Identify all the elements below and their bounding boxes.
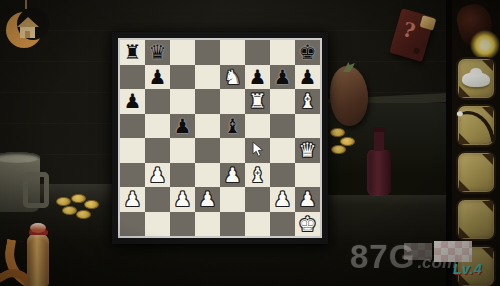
- square-b2[interactable]: [145, 187, 170, 212]
- square-a5[interactable]: [120, 114, 145, 139]
- square-b3[interactable]: ♟: [145, 163, 170, 188]
- square-d4[interactable]: [195, 138, 220, 163]
- square-e1[interactable]: [220, 212, 245, 237]
- piece-white-pawn[interactable]: ♟: [299, 189, 317, 209]
- money-pouch[interactable]: [330, 66, 368, 126]
- square-g5[interactable]: [270, 114, 295, 139]
- gold-coin[interactable]: [76, 210, 91, 219]
- square-c7[interactable]: [170, 65, 195, 90]
- piece-white-queen[interactable]: ♛: [299, 140, 317, 160]
- bottle-lip: [373, 127, 385, 132]
- square-f8[interactable]: [245, 40, 270, 65]
- piece-white-bishop[interactable]: ♝: [299, 91, 317, 111]
- square-f1[interactable]: [245, 212, 270, 237]
- level-badge: Lv.4: [453, 261, 482, 277]
- square-d1[interactable]: [195, 212, 220, 237]
- piece-black-pawn[interactable]: ♟: [174, 116, 192, 136]
- square-c8[interactable]: [170, 40, 195, 65]
- square-h1[interactable]: ♚: [295, 212, 320, 237]
- piece-black-queen[interactable]: ♛: [149, 42, 167, 62]
- square-g7[interactable]: ♟: [270, 65, 295, 90]
- square-c6[interactable]: [170, 89, 195, 114]
- square-g8[interactable]: [270, 40, 295, 65]
- square-e8[interactable]: [220, 40, 245, 65]
- square-b6[interactable]: [145, 89, 170, 114]
- square-d6[interactable]: [195, 89, 220, 114]
- square-c4[interactable]: [170, 138, 195, 163]
- mug-rim: [0, 152, 40, 163]
- mouse-cursor-icon: [252, 141, 265, 158]
- square-a6[interactable]: ♟: [120, 89, 145, 114]
- piece-white-bishop[interactable]: ♝: [249, 165, 267, 185]
- piece-white-pawn[interactable]: ♟: [174, 189, 192, 209]
- square-b8[interactable]: ♛: [145, 40, 170, 65]
- square-a3[interactable]: [120, 163, 145, 188]
- chess-grid: ♜♛♚♟♞♟♟♟♟♜♝♟♝♛♟♟♝♟♟♟♟♟♚: [120, 40, 320, 236]
- censor-mosaic: [434, 241, 472, 262]
- square-h6[interactable]: ♝: [295, 89, 320, 114]
- piece-black-bishop[interactable]: ♝: [224, 116, 242, 136]
- piece-white-pawn[interactable]: ♟: [199, 189, 217, 209]
- piece-black-pawn[interactable]: ♟: [299, 67, 317, 87]
- curved-stick-item[interactable]: [459, 106, 496, 147]
- square-a2[interactable]: ♟: [120, 187, 145, 212]
- square-c3[interactable]: [170, 163, 195, 188]
- piece-white-rook[interactable]: ♜: [249, 91, 267, 111]
- square-e4[interactable]: [220, 138, 245, 163]
- square-f5[interactable]: [245, 114, 270, 139]
- gold-coin[interactable]: [330, 128, 345, 137]
- square-d5[interactable]: [195, 114, 220, 139]
- square-c5[interactable]: ♟: [170, 114, 195, 139]
- square-h7[interactable]: ♟: [295, 65, 320, 90]
- square-d7[interactable]: [195, 65, 220, 90]
- inventory-slot-3[interactable]: [456, 151, 496, 194]
- gold-coin[interactable]: [331, 145, 346, 154]
- inventory-slot-4[interactable]: [456, 198, 496, 241]
- hanging-lantern[interactable]: [454, 2, 498, 60]
- square-e5[interactable]: ♝: [220, 114, 245, 139]
- ornament-body: [27, 233, 49, 286]
- ornament-knob: [30, 223, 46, 233]
- gold-coin[interactable]: [62, 206, 77, 215]
- inventory-slot-1[interactable]: [456, 57, 496, 100]
- square-b7[interactable]: ♟: [145, 65, 170, 90]
- square-d3[interactable]: [195, 163, 220, 188]
- square-e3[interactable]: ♟: [220, 163, 245, 188]
- mug[interactable]: [0, 156, 40, 212]
- square-h4[interactable]: ♛: [295, 138, 320, 163]
- square-b1[interactable]: [145, 212, 170, 237]
- square-a4[interactable]: [120, 138, 145, 163]
- piece-black-pawn[interactable]: ♟: [274, 67, 292, 87]
- square-g6[interactable]: [270, 89, 295, 114]
- piece-black-king[interactable]: ♚: [299, 42, 317, 62]
- square-f7[interactable]: ♟: [245, 65, 270, 90]
- censor-mosaic: [404, 243, 432, 260]
- question-mark-label: ?: [400, 17, 418, 43]
- square-h2[interactable]: ♟: [295, 187, 320, 212]
- square-g2[interactable]: ♟: [270, 187, 295, 212]
- moon-lamp-icon[interactable]: [2, 0, 50, 54]
- square-a8[interactable]: ♜: [120, 40, 145, 65]
- square-e2[interactable]: [220, 187, 245, 212]
- golden-ornament[interactable]: [0, 220, 56, 286]
- square-g3[interactable]: [270, 163, 295, 188]
- lantern-glow-icon: [470, 30, 500, 60]
- square-b5[interactable]: [145, 114, 170, 139]
- square-f6[interactable]: ♜: [245, 89, 270, 114]
- gold-coin[interactable]: [56, 197, 71, 206]
- game-scene: ? ♜♛♚♟♞♟♟♟♟♜♝♟♝♛♟♟♝♟♟♟♟♟♚ 87G: [0, 0, 500, 286]
- square-d8[interactable]: [195, 40, 220, 65]
- square-b4[interactable]: [145, 138, 170, 163]
- square-e6[interactable]: [220, 89, 245, 114]
- piece-black-pawn[interactable]: ♟: [124, 91, 142, 111]
- square-g4[interactable]: [270, 138, 295, 163]
- piece-white-knight[interactable]: ♞: [224, 67, 242, 87]
- square-h3[interactable]: [295, 163, 320, 188]
- piece-white-pawn[interactable]: ♟: [124, 189, 142, 209]
- piece-white-pawn[interactable]: ♟: [149, 165, 167, 185]
- piece-black-rook[interactable]: ♜: [124, 42, 142, 62]
- square-g1[interactable]: [270, 212, 295, 237]
- white-cloth-item[interactable]: [462, 72, 490, 87]
- square-f3[interactable]: ♝: [245, 163, 270, 188]
- square-c2[interactable]: ♟: [170, 187, 195, 212]
- square-d2[interactable]: ♟: [195, 187, 220, 212]
- keyhole-icon: [413, 47, 420, 54]
- piece-black-pawn[interactable]: ♟: [249, 67, 267, 87]
- piece-white-pawn[interactable]: ♟: [274, 189, 292, 209]
- inventory-slot-2[interactable]: [456, 104, 496, 147]
- piece-white-king[interactable]: ♚: [299, 214, 317, 234]
- square-h8[interactable]: ♚: [295, 40, 320, 65]
- square-a7[interactable]: [120, 65, 145, 90]
- square-e7[interactable]: ♞: [220, 65, 245, 90]
- square-h5[interactable]: [295, 114, 320, 139]
- square-a1[interactable]: [120, 212, 145, 237]
- wine-bottle[interactable]: [367, 150, 391, 196]
- piece-white-pawn[interactable]: ♟: [224, 165, 242, 185]
- square-f2[interactable]: [245, 187, 270, 212]
- mug-handle: [23, 172, 49, 208]
- chess-board: ♜♛♚♟♞♟♟♟♟♜♝♟♝♛♟♟♝♟♟♟♟♟♚: [112, 32, 328, 244]
- gold-coin[interactable]: [84, 200, 99, 209]
- square-c1[interactable]: [170, 212, 195, 237]
- bottle-neck: [374, 131, 384, 151]
- piece-black-pawn[interactable]: ♟: [149, 67, 167, 87]
